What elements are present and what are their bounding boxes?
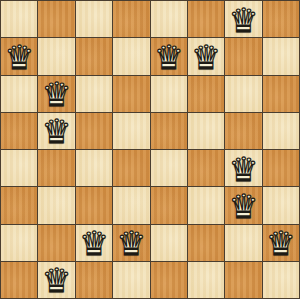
square-h2[interactable]: ♛ <box>263 225 299 261</box>
white-queen[interactable]: ♛ <box>266 227 296 260</box>
square-e3[interactable] <box>151 187 187 223</box>
square-d2[interactable]: ♛ <box>113 225 149 261</box>
square-c8[interactable] <box>76 1 112 37</box>
square-e8[interactable] <box>151 1 187 37</box>
square-d1[interactable] <box>113 262 149 298</box>
square-f7[interactable]: ♛ <box>188 38 224 74</box>
square-d4[interactable] <box>113 150 149 186</box>
square-d3[interactable] <box>113 187 149 223</box>
square-b3[interactable] <box>38 187 74 223</box>
square-b7[interactable] <box>38 38 74 74</box>
square-f1[interactable] <box>188 262 224 298</box>
white-queen[interactable]: ♛ <box>191 41 221 74</box>
white-queen[interactable]: ♛ <box>154 41 184 74</box>
square-a1[interactable] <box>1 262 37 298</box>
square-f2[interactable] <box>188 225 224 261</box>
square-g8[interactable]: ♛ <box>225 1 261 37</box>
square-f3[interactable] <box>188 187 224 223</box>
white-queen[interactable]: ♛ <box>42 78 72 111</box>
white-queen[interactable]: ♛ <box>4 41 34 74</box>
square-c3[interactable] <box>76 187 112 223</box>
square-h8[interactable] <box>263 1 299 37</box>
white-queen[interactable]: ♛ <box>229 190 259 223</box>
square-d8[interactable] <box>113 1 149 37</box>
square-c5[interactable] <box>76 113 112 149</box>
square-f6[interactable] <box>188 76 224 112</box>
square-f8[interactable] <box>188 1 224 37</box>
square-h3[interactable] <box>263 187 299 223</box>
square-h4[interactable] <box>263 150 299 186</box>
square-g3[interactable]: ♛ <box>225 187 261 223</box>
square-d6[interactable] <box>113 76 149 112</box>
square-e6[interactable] <box>151 76 187 112</box>
square-e2[interactable] <box>151 225 187 261</box>
white-queen[interactable]: ♛ <box>229 4 259 37</box>
white-queen[interactable]: ♛ <box>42 115 72 148</box>
square-c7[interactable] <box>76 38 112 74</box>
chess-board: ♛♛♛♛♛♛♛♛♛♛♛♛ <box>0 0 300 299</box>
white-queen[interactable]: ♛ <box>117 227 147 260</box>
square-h7[interactable] <box>263 38 299 74</box>
square-e4[interactable] <box>151 150 187 186</box>
square-g6[interactable] <box>225 76 261 112</box>
square-a2[interactable] <box>1 225 37 261</box>
square-g7[interactable] <box>225 38 261 74</box>
white-queen[interactable]: ♛ <box>42 264 72 297</box>
square-a5[interactable] <box>1 113 37 149</box>
square-e1[interactable] <box>151 262 187 298</box>
square-c4[interactable] <box>76 150 112 186</box>
square-b6[interactable]: ♛ <box>38 76 74 112</box>
square-c6[interactable] <box>76 76 112 112</box>
square-e7[interactable]: ♛ <box>151 38 187 74</box>
square-c2[interactable]: ♛ <box>76 225 112 261</box>
square-f5[interactable] <box>188 113 224 149</box>
square-b8[interactable] <box>38 1 74 37</box>
square-a7[interactable]: ♛ <box>1 38 37 74</box>
square-b2[interactable] <box>38 225 74 261</box>
square-b4[interactable] <box>38 150 74 186</box>
square-c1[interactable] <box>76 262 112 298</box>
square-g2[interactable] <box>225 225 261 261</box>
square-e5[interactable] <box>151 113 187 149</box>
square-g5[interactable] <box>225 113 261 149</box>
square-b5[interactable]: ♛ <box>38 113 74 149</box>
square-a3[interactable] <box>1 187 37 223</box>
square-d5[interactable] <box>113 113 149 149</box>
square-h5[interactable] <box>263 113 299 149</box>
square-g1[interactable] <box>225 262 261 298</box>
square-b1[interactable]: ♛ <box>38 262 74 298</box>
square-h1[interactable] <box>263 262 299 298</box>
square-h6[interactable] <box>263 76 299 112</box>
board-container: ♛♛♛♛♛♛♛♛♛♛♛♛ <box>0 0 300 299</box>
square-a4[interactable] <box>1 150 37 186</box>
square-d7[interactable] <box>113 38 149 74</box>
square-f4[interactable] <box>188 150 224 186</box>
square-a6[interactable] <box>1 76 37 112</box>
square-a8[interactable] <box>1 1 37 37</box>
square-g4[interactable]: ♛ <box>225 150 261 186</box>
white-queen[interactable]: ♛ <box>229 153 259 186</box>
white-queen[interactable]: ♛ <box>79 227 109 260</box>
